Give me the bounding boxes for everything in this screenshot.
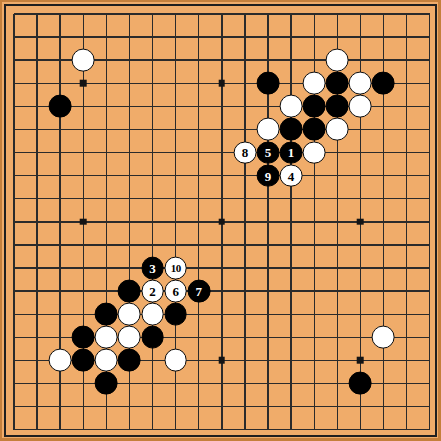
board-cell: 9 (256, 164, 279, 187)
board-cell (164, 2, 187, 25)
board-cell (164, 164, 187, 187)
board-cell (280, 49, 303, 72)
board-cell (349, 72, 372, 95)
board-cell (349, 372, 372, 395)
board-cell (326, 141, 349, 164)
board-cell (187, 141, 210, 164)
board-cell (395, 372, 418, 395)
board-cell (303, 372, 326, 395)
board-cell (72, 210, 95, 233)
board-cell (256, 256, 279, 279)
board-cell (326, 349, 349, 372)
board-cell (280, 118, 303, 141)
board-cell (49, 49, 72, 72)
black-stone (95, 303, 118, 326)
board-cell: 8 (233, 141, 256, 164)
board-cell (349, 233, 372, 256)
board-cell (2, 256, 25, 279)
board-cell (2, 72, 25, 95)
board-cell (418, 280, 441, 303)
board-cell (141, 141, 164, 164)
board-cell (141, 210, 164, 233)
board-cell (395, 349, 418, 372)
board-cell (26, 26, 49, 49)
board-cell (326, 2, 349, 25)
board-cell (372, 395, 395, 418)
white-stone (72, 49, 95, 72)
board-cell (2, 395, 25, 418)
board-cell (418, 233, 441, 256)
board-cell (280, 26, 303, 49)
board-cell (72, 395, 95, 418)
board-cell (95, 372, 118, 395)
board-cell (210, 118, 233, 141)
board-cell (26, 395, 49, 418)
board-cell (233, 95, 256, 118)
board-cell (118, 49, 141, 72)
board-cell (280, 303, 303, 326)
board-cell (210, 141, 233, 164)
star-point (219, 80, 226, 87)
white-stone (280, 95, 303, 118)
board-cell (303, 326, 326, 349)
board-cell: 1 (280, 141, 303, 164)
board-cell (326, 49, 349, 72)
board-cell (2, 418, 25, 441)
board-cell (372, 95, 395, 118)
board-cell (210, 256, 233, 279)
black-stone (280, 118, 303, 141)
board-cell (349, 256, 372, 279)
board-cell (187, 26, 210, 49)
board-cell (303, 118, 326, 141)
board-cell (187, 118, 210, 141)
board-cell (26, 418, 49, 441)
board-cell (233, 49, 256, 72)
board-cell (418, 141, 441, 164)
board-cell (256, 280, 279, 303)
board-cell (210, 280, 233, 303)
board-cell (2, 303, 25, 326)
board-cell (72, 72, 95, 95)
board-cell (118, 95, 141, 118)
board-cell (141, 233, 164, 256)
board-cell (395, 141, 418, 164)
board-cell (372, 256, 395, 279)
board-cell (349, 141, 372, 164)
star-point (357, 219, 364, 226)
board-cell (72, 2, 95, 25)
board-cell (72, 256, 95, 279)
board-cell (303, 26, 326, 49)
board-cell (164, 49, 187, 72)
board-cell (141, 418, 164, 441)
board-cell: 5 (256, 141, 279, 164)
board-cell (256, 118, 279, 141)
board-cell (2, 326, 25, 349)
board-cell (26, 49, 49, 72)
board-cell (256, 49, 279, 72)
board-cell (72, 418, 95, 441)
black-stone (164, 303, 187, 326)
board-cell (26, 141, 49, 164)
board-cell (256, 303, 279, 326)
board-cell (118, 233, 141, 256)
board-cell (141, 72, 164, 95)
board-cell (49, 233, 72, 256)
board-cell (372, 72, 395, 95)
black-stone (326, 72, 349, 95)
board-cell (233, 349, 256, 372)
board-cell (372, 26, 395, 49)
board-cell (141, 372, 164, 395)
white-stone (326, 49, 349, 72)
board-cell (349, 303, 372, 326)
board-cell (326, 418, 349, 441)
board-cell (233, 372, 256, 395)
board-cell (372, 141, 395, 164)
board-cell (26, 210, 49, 233)
white-stone (303, 72, 326, 95)
board-cell (233, 303, 256, 326)
board-cell (349, 210, 372, 233)
board-cell (49, 372, 72, 395)
board-cell (141, 395, 164, 418)
white-stone (164, 349, 187, 372)
black-stone (257, 72, 280, 95)
board-cell (164, 418, 187, 441)
board-cell (418, 395, 441, 418)
board-cell (349, 187, 372, 210)
board-cell (256, 233, 279, 256)
board-cell (26, 95, 49, 118)
board-cell (280, 210, 303, 233)
board-cell (72, 141, 95, 164)
board-cell (95, 418, 118, 441)
board-cell (118, 72, 141, 95)
black-stone (303, 118, 326, 141)
board-cell (418, 2, 441, 25)
board-cell (280, 280, 303, 303)
board-cell (164, 187, 187, 210)
board-cell (372, 303, 395, 326)
board-cell (395, 26, 418, 49)
board-cell (280, 72, 303, 95)
board-cell (326, 164, 349, 187)
board-cell (2, 280, 25, 303)
board-cell (349, 26, 372, 49)
board-cell (118, 164, 141, 187)
board-cell (187, 49, 210, 72)
board-cell (210, 72, 233, 95)
board-cell (418, 349, 441, 372)
board-cell (26, 280, 49, 303)
board-cell (395, 95, 418, 118)
board-cell (141, 2, 164, 25)
board-cell (187, 372, 210, 395)
board-cell (72, 233, 95, 256)
board-cell (326, 187, 349, 210)
board-cell (303, 303, 326, 326)
board-cell (95, 72, 118, 95)
white-stone (303, 141, 326, 164)
board-cell (210, 187, 233, 210)
board-cell (303, 95, 326, 118)
board-cell (326, 280, 349, 303)
star-point (80, 219, 87, 226)
board-cell (2, 372, 25, 395)
white-stone (349, 95, 372, 118)
board-cell (72, 164, 95, 187)
board-cell (280, 95, 303, 118)
board-cell (49, 210, 72, 233)
board-cell: 10 (164, 256, 187, 279)
board-cell (118, 210, 141, 233)
board-cell (26, 72, 49, 95)
board-cell (187, 2, 210, 25)
board-cell (118, 141, 141, 164)
board-cell (303, 395, 326, 418)
board-cell: 4 (280, 164, 303, 187)
board-cell (372, 280, 395, 303)
board-cell (395, 395, 418, 418)
board-cell (418, 164, 441, 187)
board-cell (303, 256, 326, 279)
board-cell (2, 2, 25, 25)
black-stone-move-5: 5 (257, 141, 280, 164)
board-cell (210, 349, 233, 372)
board-cell (26, 233, 49, 256)
board-cell (210, 95, 233, 118)
board-cell (303, 187, 326, 210)
board-cell (233, 26, 256, 49)
board-cell (26, 349, 49, 372)
board-cell (210, 372, 233, 395)
board-cell (233, 210, 256, 233)
board-cell (418, 95, 441, 118)
board-cell (95, 233, 118, 256)
black-stone (326, 95, 349, 118)
board-cell (395, 418, 418, 441)
board-cell (210, 164, 233, 187)
black-stone (118, 280, 141, 303)
board-cell (280, 372, 303, 395)
board-cell: 7 (187, 280, 210, 303)
star-point (219, 219, 226, 226)
white-stone (141, 303, 164, 326)
white-stone-move-10: 10 (164, 257, 187, 280)
board-cell (395, 280, 418, 303)
board-cell (164, 26, 187, 49)
white-stone (349, 72, 372, 95)
black-stone-move-3: 3 (141, 257, 164, 280)
white-stone (118, 326, 141, 349)
board-cell (2, 164, 25, 187)
board-cell (418, 303, 441, 326)
go-board: 85194310267 (2, 2, 441, 441)
board-cell (164, 72, 187, 95)
board-cell (233, 233, 256, 256)
white-stone (95, 349, 118, 372)
board-cell (49, 95, 72, 118)
board-cell (49, 187, 72, 210)
board-cell (164, 326, 187, 349)
board-cell (118, 26, 141, 49)
board-cell (164, 372, 187, 395)
board-cell (418, 256, 441, 279)
star-point (219, 357, 226, 364)
black-stone (349, 372, 372, 395)
board-cell (72, 26, 95, 49)
board-cell (164, 349, 187, 372)
star-point (357, 357, 364, 364)
board-cell (141, 164, 164, 187)
board-cell (141, 118, 164, 141)
board-cell (210, 233, 233, 256)
board-cell (418, 72, 441, 95)
board-cell (395, 256, 418, 279)
board-cell (280, 349, 303, 372)
board-cell (256, 349, 279, 372)
board-cell (210, 303, 233, 326)
board-cell (349, 326, 372, 349)
board-cell (418, 210, 441, 233)
board-cell (256, 418, 279, 441)
board-cell (280, 256, 303, 279)
board-cell (2, 233, 25, 256)
board-cell (326, 372, 349, 395)
board-cell (210, 26, 233, 49)
board-cell (372, 418, 395, 441)
board-cell (280, 326, 303, 349)
board-cell (303, 49, 326, 72)
board-cell (395, 187, 418, 210)
board-cell (349, 49, 372, 72)
board-cell (72, 326, 95, 349)
board-cell (256, 210, 279, 233)
board-cell (395, 210, 418, 233)
board-cell (395, 118, 418, 141)
white-stone (49, 349, 72, 372)
board-cell (164, 303, 187, 326)
board-cell (210, 326, 233, 349)
board-cell (187, 326, 210, 349)
board-cell (303, 164, 326, 187)
board-cell (372, 2, 395, 25)
board-cell (26, 164, 49, 187)
board-cell (95, 280, 118, 303)
board-cell (233, 2, 256, 25)
board-cell (187, 395, 210, 418)
board-cell (164, 395, 187, 418)
board-cell: 3 (141, 256, 164, 279)
board-cell (26, 326, 49, 349)
board-cell (95, 141, 118, 164)
board-cell (210, 49, 233, 72)
board-cell (164, 141, 187, 164)
board-cell (418, 118, 441, 141)
board-cell (418, 418, 441, 441)
board-cell (256, 72, 279, 95)
board-cell (233, 418, 256, 441)
board-cell (372, 187, 395, 210)
board-cell (256, 26, 279, 49)
board-cell (49, 256, 72, 279)
board-cell (95, 395, 118, 418)
board-cell (372, 372, 395, 395)
board-cell (187, 95, 210, 118)
board-cell (49, 326, 72, 349)
board-cell (187, 303, 210, 326)
board-cell (280, 418, 303, 441)
board-cell (49, 164, 72, 187)
board-cell (118, 418, 141, 441)
board-cell (187, 210, 210, 233)
board-cell (280, 2, 303, 25)
board-cell (233, 280, 256, 303)
board-cell (72, 303, 95, 326)
board-cell (418, 372, 441, 395)
board-cell (2, 187, 25, 210)
board-cell (164, 210, 187, 233)
white-stone-move-8: 8 (234, 141, 257, 164)
board-cell (349, 118, 372, 141)
board-cell (49, 303, 72, 326)
board-cell (349, 418, 372, 441)
board-cell (49, 395, 72, 418)
board-cell (187, 418, 210, 441)
board-cell (256, 95, 279, 118)
board-cell (118, 303, 141, 326)
board-cell (210, 418, 233, 441)
board-cell (280, 395, 303, 418)
board-cell (349, 280, 372, 303)
white-stone (95, 326, 118, 349)
black-stone (49, 95, 72, 118)
board-cell (349, 2, 372, 25)
board-cell (164, 95, 187, 118)
board-cell (187, 349, 210, 372)
board-cell (210, 395, 233, 418)
board-cell (303, 210, 326, 233)
board-cell (326, 395, 349, 418)
board-cell (141, 349, 164, 372)
white-stone-move-6: 6 (164, 280, 187, 303)
board-cell (26, 303, 49, 326)
star-point (80, 80, 87, 87)
board-cell (49, 280, 72, 303)
board-cell (2, 349, 25, 372)
board-cell (233, 187, 256, 210)
board-cell (118, 2, 141, 25)
board-cell (326, 326, 349, 349)
white-stone (118, 303, 141, 326)
board-cell (95, 95, 118, 118)
board-cell (326, 233, 349, 256)
board-cell (372, 118, 395, 141)
board-cell (256, 395, 279, 418)
board-cell (2, 210, 25, 233)
board-cell (72, 349, 95, 372)
board-cell (95, 256, 118, 279)
board-cell (26, 256, 49, 279)
board-cell (326, 26, 349, 49)
board-cell (95, 210, 118, 233)
black-stone (72, 349, 95, 372)
board-cell (256, 187, 279, 210)
board-cell (233, 72, 256, 95)
white-stone (257, 118, 280, 141)
